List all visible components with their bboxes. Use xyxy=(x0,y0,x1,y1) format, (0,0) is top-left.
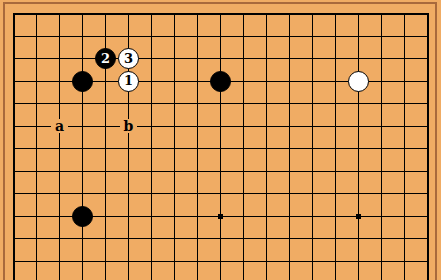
star-point xyxy=(218,214,223,219)
stone-black xyxy=(72,71,93,92)
grid-line-horizontal xyxy=(13,261,429,262)
grid-line-vertical xyxy=(427,13,429,280)
grid-line-horizontal xyxy=(13,58,429,59)
grid-line-vertical xyxy=(289,13,290,280)
stone-white xyxy=(348,71,369,92)
grid-line-vertical xyxy=(312,13,313,280)
grid-line-vertical xyxy=(220,13,221,280)
grid-line-horizontal xyxy=(13,193,429,194)
grid-line-vertical xyxy=(197,13,198,280)
grid-line-vertical xyxy=(59,13,60,280)
stone-black xyxy=(210,71,231,92)
grid-line-vertical xyxy=(36,13,37,280)
grid-line-horizontal xyxy=(13,238,429,239)
grid-line-vertical xyxy=(335,13,336,280)
grid-line-horizontal xyxy=(13,13,429,15)
grid-line-horizontal xyxy=(13,126,429,127)
grid-line-vertical xyxy=(82,13,83,280)
stone-black-move-2: 2 xyxy=(95,48,116,69)
grid-line-vertical xyxy=(151,13,152,280)
grid-line-vertical xyxy=(266,13,267,280)
point-label-a: a xyxy=(51,119,68,133)
grid-line-vertical xyxy=(174,13,175,280)
grid-line-horizontal xyxy=(13,103,429,104)
star-point xyxy=(356,214,361,219)
grid-line-horizontal xyxy=(13,171,429,172)
stone-black xyxy=(72,206,93,227)
point-label-b: b xyxy=(120,119,137,133)
grid-line-vertical xyxy=(243,13,244,280)
grid-line-horizontal xyxy=(13,36,429,37)
grid-line-vertical xyxy=(404,13,405,280)
stone-white-move-1: 1 xyxy=(118,71,139,92)
stone-white-move-3: 3 xyxy=(118,48,139,69)
grid-line-vertical xyxy=(358,13,359,280)
go-board-diagram: ab 231 xyxy=(0,0,441,280)
grid-line-vertical xyxy=(13,13,15,280)
grid-line-horizontal xyxy=(13,148,429,149)
grid-line-vertical xyxy=(381,13,382,280)
